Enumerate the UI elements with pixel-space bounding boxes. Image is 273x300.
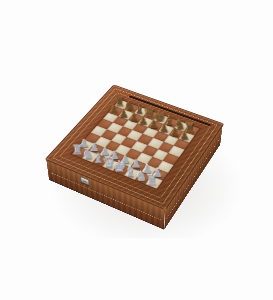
chess-board: ♜♞♝♛♚♝♞♜♟♟♟♟♟♟♟♟♟♟♟♟♟♟♟♟♜♞♝♛♚♝♞♜ <box>70 99 201 190</box>
product-photo: ♜♞♝♛♚♝♞♜♟♟♟♟♟♟♟♟♟♟♟♟♟♟♟♟♜♞♝♛♚♝♞♜ <box>0 0 273 300</box>
latch-clasp-icon <box>80 176 89 185</box>
square-h7: ♟ <box>179 132 195 143</box>
white-rook: ♜ <box>146 173 159 187</box>
square-e6 <box>143 127 159 138</box>
black-pawn: ♟ <box>179 130 191 141</box>
